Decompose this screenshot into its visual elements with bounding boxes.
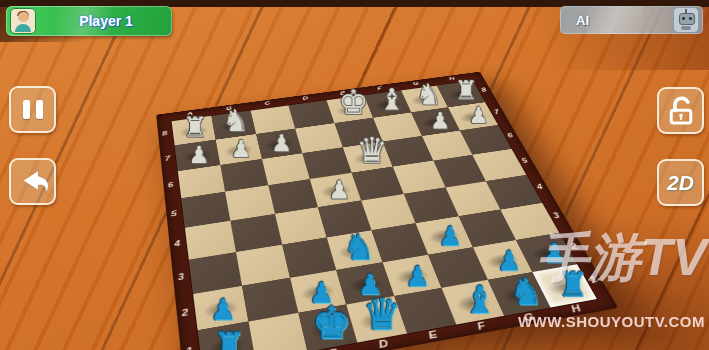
square-c1[interactable]: ♚	[298, 305, 358, 350]
blue-king-c1[interactable]: ♚	[312, 300, 352, 345]
silver-pawn-c7[interactable]: ♟	[271, 131, 292, 155]
ai-name: AI	[560, 13, 673, 28]
view-2d-button[interactable]: 2D	[657, 159, 704, 206]
avatar-body	[15, 24, 31, 32]
silver-rook-a8[interactable]: ♜	[182, 113, 207, 141]
undo-button[interactable]	[9, 158, 56, 205]
silver-rook-h8[interactable]: ♜	[454, 77, 478, 103]
board-grid: ♜♞♚♝♞♜♟♟♟♟♟♛♟♞♟♟♟♟♟♟♟♜♚♛♝♞♜	[171, 80, 599, 350]
player1-banner: Player 1	[6, 6, 172, 36]
blue-pawn-h2[interactable]: ♟	[542, 240, 566, 267]
silver-pawn-d5[interactable]: ♟	[328, 177, 350, 202]
square-a3[interactable]	[189, 252, 242, 294]
square-b6[interactable]	[220, 159, 268, 192]
silver-knight-b8[interactable]: ♞	[222, 105, 249, 135]
blue-bishop-f1[interactable]: ♝	[462, 281, 496, 319]
blue-queen-d1[interactable]: ♛	[363, 293, 402, 336]
silver-pawn-b7[interactable]: ♟	[230, 137, 251, 161]
undo-arrow-icon	[18, 169, 48, 195]
ai-banner: AI	[560, 6, 703, 34]
open-padlock-icon	[666, 96, 696, 126]
silver-pawn-a7[interactable]: ♟	[188, 143, 209, 167]
square-d1[interactable]: ♛	[347, 296, 408, 342]
blue-rook-a1[interactable]: ♜	[213, 328, 245, 350]
ai-robot-icon	[673, 7, 699, 33]
player1-avatar-icon	[10, 8, 36, 34]
robot-head	[679, 13, 695, 25]
square-b7[interactable]: ♟	[215, 134, 261, 165]
blue-rook-h1[interactable]: ♜	[558, 268, 588, 302]
unlock-button[interactable]	[657, 87, 704, 134]
square-f8[interactable]: ♝	[364, 90, 411, 117]
pause-button[interactable]	[9, 86, 56, 133]
square-a4[interactable]	[185, 221, 236, 260]
2d-label: 2D	[667, 171, 694, 195]
silver-queen-e6[interactable]: ♛	[356, 133, 388, 169]
square-b2[interactable]	[242, 277, 298, 321]
silver-knight-g8[interactable]: ♞	[416, 79, 442, 108]
robot-eye	[689, 17, 692, 20]
pause-icon	[23, 100, 30, 119]
blue-pawn-a2[interactable]: ♟	[210, 296, 236, 325]
square-d3[interactable]: ♞	[327, 230, 383, 270]
square-g1[interactable]: ♞	[487, 272, 550, 316]
avatar-head	[18, 12, 29, 22]
silver-pawn-g7[interactable]: ♟	[430, 109, 451, 132]
chessboard-scene: ABCDEFGH ABCDEFGH 87654321 87654321 ♜♞♚♝…	[156, 72, 618, 350]
player1-name: Player 1	[40, 13, 172, 29]
silver-bishop-f8[interactable]: ♝	[378, 84, 404, 113]
silver-pawn-h7[interactable]: ♟	[468, 104, 488, 127]
blue-pawn-e2[interactable]: ♟	[405, 263, 430, 291]
robot-eye	[682, 17, 685, 20]
silver-king-e8[interactable]: ♚	[338, 85, 369, 119]
blue-knight-d3[interactable]: ♞	[343, 229, 375, 265]
board-frame: ABCDEFGH ABCDEFGH 87654321 87654321 ♜♞♚♝…	[156, 72, 618, 350]
square-e8[interactable]: ♚	[327, 95, 373, 123]
square-b5[interactable]	[225, 185, 275, 220]
square-a7[interactable]: ♟	[175, 140, 220, 171]
square-b1[interactable]	[248, 313, 307, 350]
blue-knight-g1[interactable]: ♞	[510, 272, 544, 309]
blue-pawn-f3[interactable]: ♟	[438, 223, 462, 250]
robot-base	[681, 26, 691, 30]
square-a6[interactable]	[178, 165, 225, 199]
square-e5[interactable]	[352, 167, 404, 201]
pause-icon	[36, 100, 43, 119]
